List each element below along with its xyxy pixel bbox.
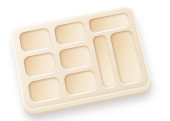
pocket-mid-3 — [63, 69, 98, 96]
tray-compartment-area — [19, 12, 144, 103]
cutlery-tray-photo — [0, 0, 170, 121]
tray-right-section — [88, 12, 143, 88]
pocket-mid-2 — [58, 44, 93, 70]
long-slot-group — [92, 29, 144, 88]
pocket-mid-1 — [54, 21, 88, 46]
pocket-left-2 — [23, 51, 58, 77]
pocket-left-1 — [19, 27, 53, 52]
pocket-left-3 — [27, 76, 62, 103]
cutlery-tray — [10, 5, 153, 113]
